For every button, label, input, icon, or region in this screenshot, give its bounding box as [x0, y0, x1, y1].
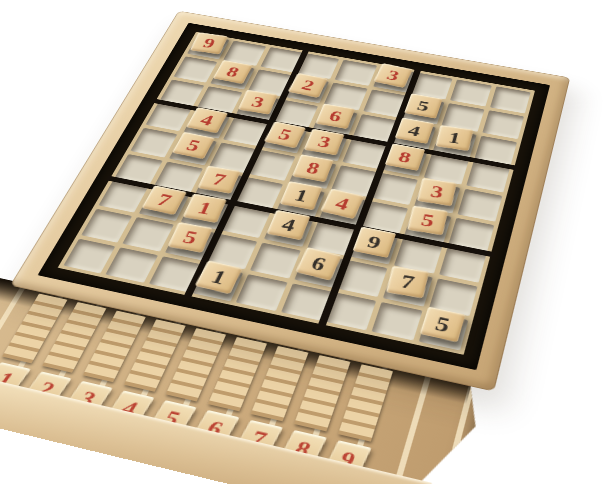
cell-r9c5[interactable]: [236, 274, 287, 311]
tile-7-r8c8[interactable]: 7: [386, 266, 429, 298]
tile-4-r3c7[interactable]: 4: [394, 118, 433, 144]
cell-r5c2[interactable]: 5: [170, 135, 217, 165]
tile-4-r7c5[interactable]: 4: [267, 210, 311, 240]
scene: 123456789 93825364145385837145714956715: [0, 0, 610, 484]
tile-3-r5c8[interactable]: 3: [417, 178, 457, 206]
tile-8-r4c7[interactable]: 8: [385, 143, 425, 170]
tile-5-r2c7[interactable]: 5: [404, 93, 443, 118]
cell-r2c9[interactable]: [482, 110, 524, 139]
cell-r7c2[interactable]: 7: [139, 189, 188, 221]
tile-3-r4c5[interactable]: 3: [304, 129, 344, 155]
cell-r9c2[interactable]: [106, 247, 158, 283]
cell-r7c7[interactable]: 9: [350, 230, 398, 265]
tile-8-r5c5[interactable]: 8: [292, 154, 333, 182]
cell-r8c5[interactable]: [250, 243, 300, 278]
drawer-stack-slats-9: [338, 364, 393, 441]
cell-r2c2[interactable]: 8: [211, 63, 255, 89]
cell-r5c9[interactable]: [457, 189, 502, 221]
cell-r8c2[interactable]: [123, 217, 174, 251]
cell-r1c8[interactable]: [450, 80, 491, 107]
sudoku-board: 123456789 93825364145385837145714956715: [10, 11, 570, 392]
tile-5-r5c2[interactable]: 5: [172, 132, 215, 159]
tile-1-r3c8[interactable]: 1: [435, 125, 473, 151]
cell-r8c8[interactable]: 7: [383, 270, 432, 307]
tile-9-r1c1[interactable]: 9: [190, 32, 228, 54]
cell-r4c7[interactable]: 8: [383, 146, 428, 176]
tile-6-r3c5[interactable]: 6: [315, 104, 354, 129]
tile-1-r6c5[interactable]: 1: [280, 181, 323, 210]
cell-r1c9[interactable]: [490, 86, 531, 113]
cell-r9c9[interactable]: 5: [418, 311, 468, 350]
cell-r7c5[interactable]: 4: [264, 213, 313, 247]
cell-r1c1[interactable]: 9: [187, 34, 230, 59]
cell-r2c1[interactable]: [174, 56, 218, 82]
cell-r1c5[interactable]: [335, 60, 377, 86]
cell-r9c8[interactable]: [372, 302, 422, 341]
tile-8-r2c2[interactable]: 8: [213, 60, 253, 84]
tile-9-r7c7[interactable]: 9: [352, 226, 396, 257]
cell-r5c1[interactable]: [130, 128, 177, 157]
tile-5-r6c8[interactable]: 5: [407, 206, 448, 235]
